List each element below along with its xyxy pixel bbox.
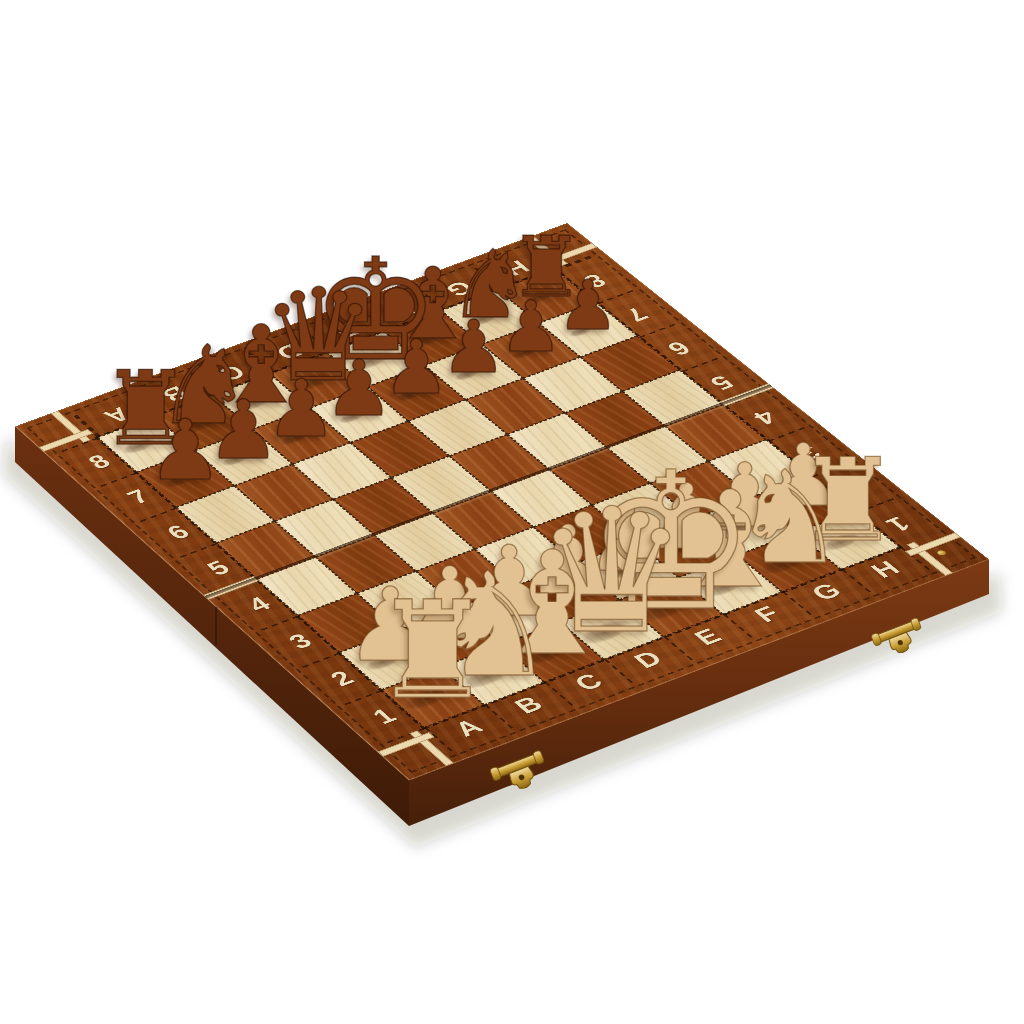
- piece-black-pawn[interactable]: ♟: [499, 291, 562, 362]
- pieces-layer: ♜♞♝♛♚♝♞♜♟♟♟♟♟♟♟♟♟♟♟♟♟♟♟♟♜♞♝♛♚♝♞♜: [0, 0, 1024, 1024]
- piece-black-pawn[interactable]: ♟: [148, 409, 223, 493]
- piece-black-pawn[interactable]: ♟: [441, 311, 506, 384]
- chess-set-photo: Wooden folding chess set — pieces in the…: [0, 0, 1024, 1024]
- piece-white-rook[interactable]: ♜: [372, 584, 493, 719]
- piece-black-pawn[interactable]: ♟: [557, 272, 618, 341]
